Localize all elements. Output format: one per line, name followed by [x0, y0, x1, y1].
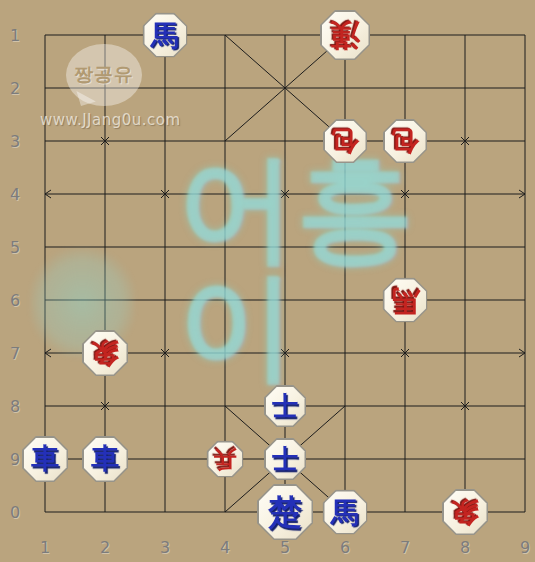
piece-glyph: 漢	[330, 20, 360, 50]
row-label: 6	[10, 291, 20, 310]
col-label: 9	[520, 538, 530, 557]
piece-han-cannon[interactable]: 包	[323, 119, 367, 163]
piece-face: 包	[385, 121, 426, 162]
col-label: 7	[400, 538, 410, 557]
piece-glyph: 兵	[214, 448, 237, 471]
piece-face: 馬	[384, 279, 426, 321]
col-label: 4	[220, 538, 230, 557]
piece-glyph: 士	[272, 393, 298, 419]
piece-face: 馬	[324, 491, 366, 533]
piece-cho-horse[interactable]: 馬	[323, 490, 368, 535]
piece-glyph: 馬	[331, 498, 359, 526]
col-label: 6	[340, 538, 350, 557]
row-label: 7	[10, 344, 20, 363]
piece-face: 車	[84, 438, 127, 481]
col-label: 2	[100, 538, 110, 557]
piece-cho-horse[interactable]: 馬	[143, 13, 188, 58]
col-label: 5	[280, 538, 290, 557]
row-label: 3	[10, 132, 20, 151]
piece-face: 兵	[208, 442, 242, 476]
piece-glyph: 象	[451, 498, 479, 526]
piece-han-horse[interactable]: 馬	[383, 278, 428, 323]
watermark-url: www.JJang0u.com	[40, 111, 181, 129]
piece-face: 包	[325, 121, 366, 162]
piece-glyph: 車	[31, 445, 59, 473]
piece-glyph: 楚	[268, 495, 302, 529]
piece-face: 士	[266, 440, 305, 479]
piece-glyph: 車	[91, 445, 119, 473]
piece-glyph: 馬	[391, 286, 419, 314]
janggi-board-screenshot: 1234567890123456789 어흥이 짱공유 www.JJang0u.…	[0, 0, 535, 562]
piece-face: 楚	[259, 486, 312, 539]
row-label: 9	[10, 450, 20, 469]
piece-han-king[interactable]: 漢	[320, 10, 370, 60]
row-label: 0	[10, 503, 20, 522]
piece-glyph: 馬	[151, 21, 179, 49]
row-label: 5	[10, 238, 20, 257]
piece-han-cannon[interactable]: 包	[383, 119, 427, 163]
piece-face: 馬	[144, 14, 186, 56]
row-label: 4	[10, 185, 20, 204]
row-label: 8	[10, 397, 20, 416]
piece-glyph: 士	[272, 446, 298, 472]
col-label: 8	[460, 538, 470, 557]
piece-face: 車	[24, 438, 67, 481]
piece-face: 象	[84, 332, 127, 375]
piece-face: 漢	[322, 12, 369, 59]
piece-face: 象	[444, 491, 487, 534]
col-label: 1	[40, 538, 50, 557]
watermark-speech-bubble: 짱공유	[66, 44, 142, 106]
piece-glyph: 包	[332, 128, 359, 155]
col-label: 3	[160, 538, 170, 557]
piece-face: 士	[266, 387, 305, 426]
piece-glyph: 包	[392, 128, 419, 155]
piece-glyph: 象	[91, 339, 119, 367]
row-label: 2	[10, 79, 20, 98]
row-label: 1	[10, 26, 20, 45]
watermark-bubble-text: 짱공유	[74, 62, 134, 88]
